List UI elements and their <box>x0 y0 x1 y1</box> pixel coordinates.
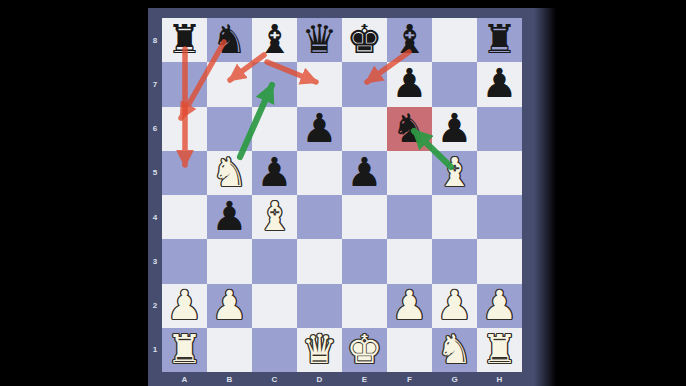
square-c7[interactable] <box>252 62 297 106</box>
square-d2[interactable] <box>297 284 342 328</box>
rank-label-8: 8 <box>148 18 162 62</box>
square-c2[interactable] <box>252 284 297 328</box>
square-c3[interactable] <box>252 239 297 283</box>
piece-black-rook: ♜ <box>167 19 203 59</box>
file-label-g: G <box>432 372 477 386</box>
rank-label-4: 4 <box>148 195 162 239</box>
piece-black-pawn: ♟ <box>482 63 518 103</box>
square-a8[interactable]: ♜ <box>162 18 207 62</box>
square-a6[interactable] <box>162 107 207 151</box>
piece-black-pawn: ♟ <box>302 108 338 148</box>
piece-black-bishop: ♝ <box>257 19 293 59</box>
square-c8[interactable]: ♝ <box>252 18 297 62</box>
piece-black-pawn: ♟ <box>257 152 293 192</box>
square-g1[interactable]: ♞ <box>432 328 477 372</box>
square-a1[interactable]: ♜ <box>162 328 207 372</box>
square-h5[interactable] <box>477 151 522 195</box>
square-e7[interactable] <box>342 62 387 106</box>
square-d3[interactable] <box>297 239 342 283</box>
piece-black-pawn: ♟ <box>347 152 383 192</box>
file-label-h: H <box>477 372 522 386</box>
piece-white-pawn: ♟ <box>167 285 203 325</box>
chess-board[interactable]: ♜♞♝♛♚♝♜♟♟♟♞♟♞♟♟♝♟♝♟♟♟♟♟♜♛♚♞♜ <box>162 18 522 372</box>
piece-white-king: ♚ <box>347 329 383 369</box>
file-label-f: F <box>387 372 432 386</box>
square-b8[interactable]: ♞ <box>207 18 252 62</box>
rank-label-7: 7 <box>148 62 162 106</box>
square-g3[interactable] <box>432 239 477 283</box>
file-label-c: C <box>252 372 297 386</box>
piece-black-bishop: ♝ <box>392 19 428 59</box>
square-a4[interactable] <box>162 195 207 239</box>
square-g8[interactable] <box>432 18 477 62</box>
piece-black-pawn: ♟ <box>437 108 473 148</box>
rank-label-2: 2 <box>148 284 162 328</box>
square-d8[interactable]: ♛ <box>297 18 342 62</box>
square-h3[interactable] <box>477 239 522 283</box>
square-f7[interactable]: ♟ <box>387 62 432 106</box>
piece-white-knight: ♞ <box>212 152 248 192</box>
square-d6[interactable]: ♟ <box>297 107 342 151</box>
square-b4[interactable]: ♟ <box>207 195 252 239</box>
square-h1[interactable]: ♜ <box>477 328 522 372</box>
square-g4[interactable] <box>432 195 477 239</box>
square-h8[interactable]: ♜ <box>477 18 522 62</box>
square-b7[interactable] <box>207 62 252 106</box>
square-a2[interactable]: ♟ <box>162 284 207 328</box>
piece-black-pawn: ♟ <box>392 63 428 103</box>
piece-white-knight: ♞ <box>437 329 473 369</box>
square-e1[interactable]: ♚ <box>342 328 387 372</box>
square-c5[interactable]: ♟ <box>252 151 297 195</box>
square-d5[interactable] <box>297 151 342 195</box>
square-e3[interactable] <box>342 239 387 283</box>
square-b1[interactable] <box>207 328 252 372</box>
square-e4[interactable] <box>342 195 387 239</box>
square-a5[interactable] <box>162 151 207 195</box>
square-h6[interactable] <box>477 107 522 151</box>
rank-label-5: 5 <box>148 151 162 195</box>
square-c6[interactable] <box>252 107 297 151</box>
piece-white-pawn: ♟ <box>482 285 518 325</box>
piece-white-rook: ♜ <box>167 329 203 369</box>
square-d4[interactable] <box>297 195 342 239</box>
square-b5[interactable]: ♞ <box>207 151 252 195</box>
rank-labels: 87654321 <box>148 18 162 372</box>
piece-white-pawn: ♟ <box>437 285 473 325</box>
square-f6[interactable]: ♞ <box>387 107 432 151</box>
square-e5[interactable]: ♟ <box>342 151 387 195</box>
chess-board-frame: 87654321 ♜♞♝♛♚♝♜♟♟♟♞♟♞♟♟♝♟♝♟♟♟♟♟♜♛♚♞♜ AB… <box>148 8 534 386</box>
piece-black-queen: ♛ <box>302 19 338 59</box>
file-label-a: A <box>162 372 207 386</box>
square-g2[interactable]: ♟ <box>432 284 477 328</box>
file-label-b: B <box>207 372 252 386</box>
piece-white-pawn: ♟ <box>392 285 428 325</box>
square-h4[interactable] <box>477 195 522 239</box>
piece-white-pawn: ♟ <box>212 285 248 325</box>
piece-black-rook: ♜ <box>482 19 518 59</box>
square-f1[interactable] <box>387 328 432 372</box>
square-g6[interactable]: ♟ <box>432 107 477 151</box>
piece-black-king: ♚ <box>347 19 383 59</box>
square-a3[interactable] <box>162 239 207 283</box>
square-b2[interactable]: ♟ <box>207 284 252 328</box>
piece-white-bishop: ♝ <box>437 152 473 192</box>
piece-white-bishop: ♝ <box>257 196 293 236</box>
square-g7[interactable] <box>432 62 477 106</box>
piece-black-pawn: ♟ <box>212 196 248 236</box>
square-b3[interactable] <box>207 239 252 283</box>
square-g5[interactable]: ♝ <box>432 151 477 195</box>
square-h2[interactable]: ♟ <box>477 284 522 328</box>
square-f8[interactable]: ♝ <box>387 18 432 62</box>
square-a7[interactable] <box>162 62 207 106</box>
rank-label-3: 3 <box>148 239 162 283</box>
video-frame: 87654321 ♜♞♝♛♚♝♜♟♟♟♞♟♞♟♟♝♟♝♟♟♟♟♟♜♛♚♞♜ AB… <box>0 0 686 386</box>
square-e8[interactable]: ♚ <box>342 18 387 62</box>
square-d7[interactable] <box>297 62 342 106</box>
piece-black-knight: ♞ <box>212 19 248 59</box>
square-c1[interactable] <box>252 328 297 372</box>
piece-white-queen: ♛ <box>302 329 338 369</box>
square-f4[interactable] <box>387 195 432 239</box>
file-label-e: E <box>342 372 387 386</box>
square-e6[interactable] <box>342 107 387 151</box>
square-h7[interactable]: ♟ <box>477 62 522 106</box>
piece-black-knight: ♞ <box>392 108 428 148</box>
piece-white-rook: ♜ <box>482 329 518 369</box>
rank-label-6: 6 <box>148 107 162 151</box>
square-f3[interactable] <box>387 239 432 283</box>
square-d1[interactable]: ♛ <box>297 328 342 372</box>
square-f5[interactable] <box>387 151 432 195</box>
square-b6[interactable] <box>207 107 252 151</box>
square-c4[interactable]: ♝ <box>252 195 297 239</box>
rank-label-1: 1 <box>148 328 162 372</box>
square-e2[interactable] <box>342 284 387 328</box>
file-labels: ABCDEFGH <box>162 372 522 386</box>
square-f2[interactable]: ♟ <box>387 284 432 328</box>
file-label-d: D <box>297 372 342 386</box>
board-edge-gradient <box>534 8 560 386</box>
